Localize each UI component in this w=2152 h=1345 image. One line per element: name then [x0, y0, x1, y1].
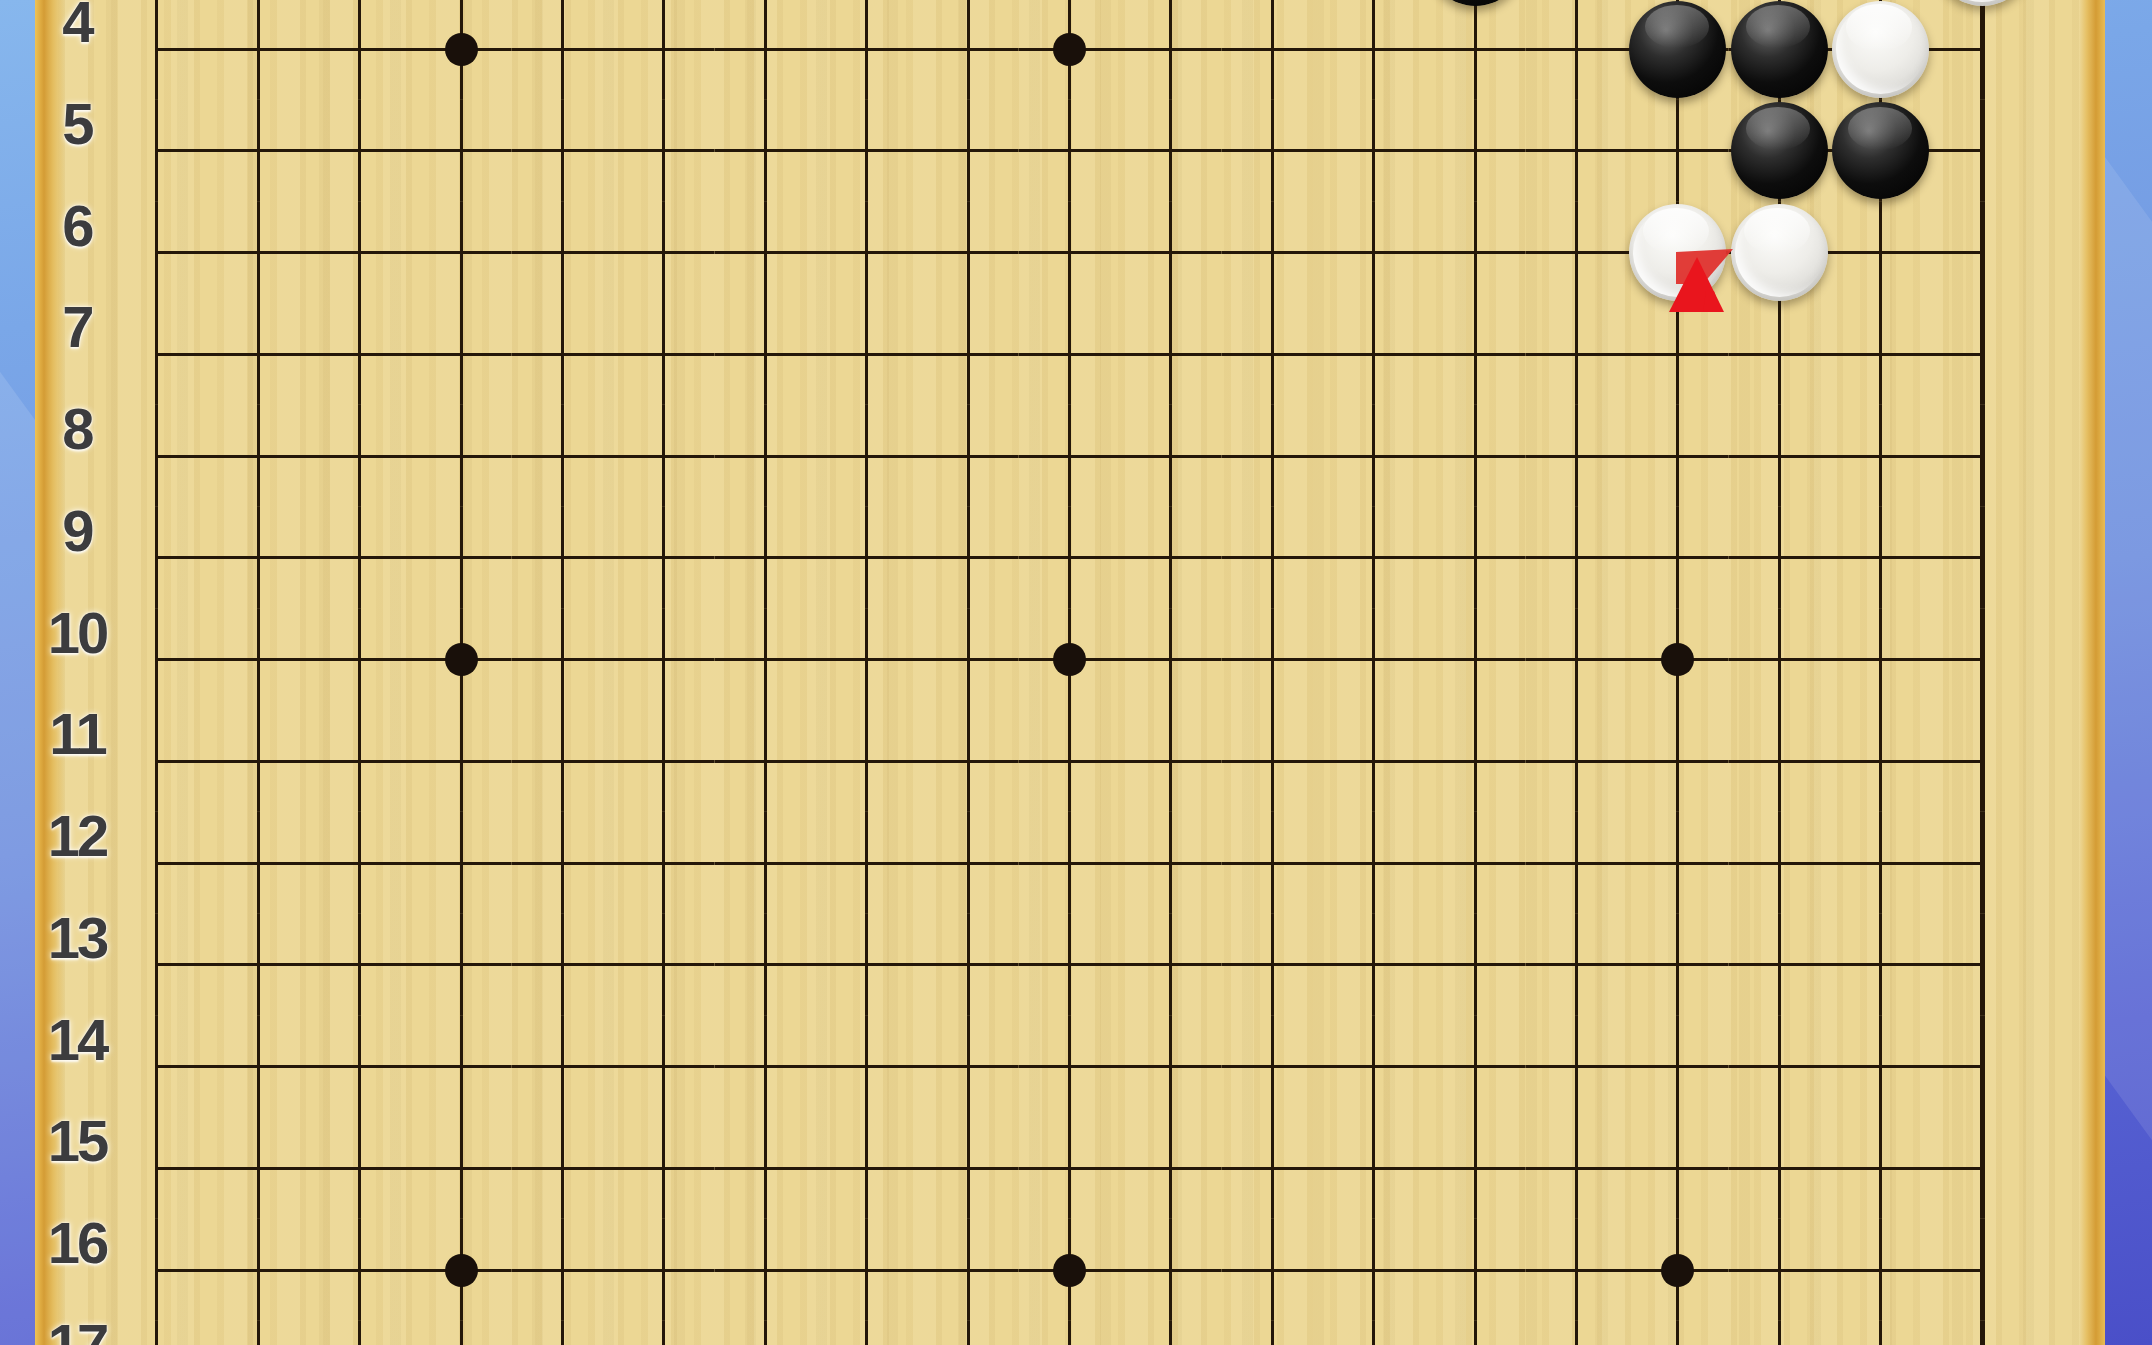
intersection-18-5[interactable]: ●: [1830, 100, 1931, 202]
intersection-14-17[interactable]: [1424, 1321, 1525, 1345]
intersection-2-16[interactable]: [208, 1219, 309, 1321]
intersection-4-8[interactable]: [410, 405, 511, 507]
intersection-16-8[interactable]: [1627, 405, 1728, 507]
intersection-6-5[interactable]: [613, 100, 714, 202]
intersection-13-17[interactable]: [1323, 1321, 1424, 1345]
intersection-2-14[interactable]: [208, 1016, 309, 1118]
intersection-17-9[interactable]: [1729, 507, 1830, 609]
intersection-10-8[interactable]: [1019, 405, 1120, 507]
intersection-12-15[interactable]: [1222, 1117, 1323, 1219]
intersection-3-5[interactable]: [309, 100, 410, 202]
intersection-18-13[interactable]: [1830, 914, 1931, 1016]
intersection-6-6[interactable]: [613, 202, 714, 304]
intersection-18-12[interactable]: [1830, 812, 1931, 914]
intersection-11-14[interactable]: [1120, 1016, 1221, 1118]
intersection-10-15[interactable]: [1019, 1117, 1120, 1219]
intersection-4-10[interactable]: [410, 609, 511, 711]
intersection-19-16[interactable]: [1931, 1219, 2032, 1321]
intersection-6-13[interactable]: [613, 914, 714, 1016]
intersection-8-4[interactable]: [816, 0, 917, 100]
intersection-19-17[interactable]: [1931, 1321, 2032, 1345]
intersection-6-8[interactable]: [613, 405, 714, 507]
intersection-15-7[interactable]: [1526, 303, 1627, 405]
intersection-8-16[interactable]: [816, 1219, 917, 1321]
intersection-9-5[interactable]: [917, 100, 1018, 202]
intersection-5-7[interactable]: [512, 303, 613, 405]
intersection-9-16[interactable]: [917, 1219, 1018, 1321]
intersection-14-16[interactable]: [1424, 1219, 1525, 1321]
intersection-10-9[interactable]: [1019, 507, 1120, 609]
intersection-12-17[interactable]: [1222, 1321, 1323, 1345]
intersection-6-10[interactable]: [613, 609, 714, 711]
row-label-10: 10: [40, 601, 114, 665]
intersection-14-10[interactable]: [1424, 609, 1525, 711]
intersection-7-10[interactable]: [715, 609, 816, 711]
intersection-3-16[interactable]: [309, 1219, 410, 1321]
intersection-9-12[interactable]: [917, 812, 1018, 914]
intersection-18-7[interactable]: [1830, 303, 1931, 405]
intersection-1-8[interactable]: [106, 405, 207, 507]
intersection-6-14[interactable]: [613, 1016, 714, 1118]
intersection-10-12[interactable]: [1019, 812, 1120, 914]
intersection-12-4[interactable]: [1222, 0, 1323, 100]
intersection-11-6[interactable]: [1120, 202, 1221, 304]
intersection-4-12[interactable]: [410, 812, 511, 914]
intersection-6-9[interactable]: [613, 507, 714, 609]
intersection-14-8[interactable]: [1424, 405, 1525, 507]
intersection-3-14[interactable]: [309, 1016, 410, 1118]
intersection-19-7[interactable]: [1931, 303, 2032, 405]
intersection-15-10[interactable]: [1526, 609, 1627, 711]
intersection-14-11[interactable]: [1424, 710, 1525, 812]
intersection-15-9[interactable]: [1526, 507, 1627, 609]
intersection-7-12[interactable]: [715, 812, 816, 914]
intersection-3-10[interactable]: [309, 609, 410, 711]
intersection-7-13[interactable]: [715, 914, 816, 1016]
intersection-6-4[interactable]: [613, 0, 714, 100]
intersection-1-12[interactable]: [106, 812, 207, 914]
intersection-16-16[interactable]: [1627, 1219, 1728, 1321]
intersection-9-15[interactable]: [917, 1117, 1018, 1219]
intersection-13-13[interactable]: [1323, 914, 1424, 1016]
intersection-14-5[interactable]: [1424, 100, 1525, 202]
intersection-17-17[interactable]: [1729, 1321, 1830, 1345]
intersection-18-4[interactable]: ○: [1830, 0, 1931, 100]
intersection-1-13[interactable]: [106, 914, 207, 1016]
intersection-14-9[interactable]: [1424, 507, 1525, 609]
intersection-16-14[interactable]: [1627, 1016, 1728, 1118]
intersection-6-15[interactable]: [613, 1117, 714, 1219]
intersection-13-14[interactable]: [1323, 1016, 1424, 1118]
intersection-3-8[interactable]: [309, 405, 410, 507]
intersection-2-7[interactable]: [208, 303, 309, 405]
intersection-1-16[interactable]: [106, 1219, 207, 1321]
intersection-9-9[interactable]: [917, 507, 1018, 609]
intersection-15-11[interactable]: [1526, 710, 1627, 812]
intersection-12-13[interactable]: [1222, 914, 1323, 1016]
row-label-9: 9: [40, 499, 114, 563]
intersection-10-4[interactable]: [1019, 0, 1120, 100]
intersection-4-6[interactable]: [410, 202, 511, 304]
row-label-4: 4: [40, 0, 114, 54]
intersection-15-17[interactable]: [1526, 1321, 1627, 1345]
intersection-19-12[interactable]: [1931, 812, 2032, 914]
row-label-12: 12: [40, 804, 114, 868]
intersection-15-12[interactable]: [1526, 812, 1627, 914]
intersection-17-16[interactable]: [1729, 1219, 1830, 1321]
intersection-5-12[interactable]: [512, 812, 613, 914]
intersection-9-6[interactable]: [917, 202, 1018, 304]
intersection-13-4[interactable]: [1323, 0, 1424, 100]
intersection-12-16[interactable]: [1222, 1219, 1323, 1321]
intersection-11-12[interactable]: [1120, 812, 1221, 914]
intersection-10-10[interactable]: [1019, 609, 1120, 711]
intersection-8-12[interactable]: [816, 812, 917, 914]
intersection-13-12[interactable]: [1323, 812, 1424, 914]
intersection-6-12[interactable]: [613, 812, 714, 914]
intersection-18-16[interactable]: [1830, 1219, 1931, 1321]
intersection-9-10[interactable]: [917, 609, 1018, 711]
intersection-13-16[interactable]: [1323, 1219, 1424, 1321]
intersection-2-12[interactable]: [208, 812, 309, 914]
intersection-11-11[interactable]: [1120, 710, 1221, 812]
intersection-4-11[interactable]: [410, 710, 511, 812]
intersection-9-17[interactable]: [917, 1321, 1018, 1345]
intersection-12-7[interactable]: [1222, 303, 1323, 405]
intersection-16-11[interactable]: [1627, 710, 1728, 812]
board-right-edge: [2079, 0, 2105, 1345]
intersection-3-11[interactable]: [309, 710, 410, 812]
intersection-1-7[interactable]: [106, 303, 207, 405]
intersection-13-7[interactable]: [1323, 303, 1424, 405]
intersection-14-12[interactable]: [1424, 812, 1525, 914]
intersection-11-16[interactable]: [1120, 1219, 1221, 1321]
row-label-7: 7: [40, 295, 114, 359]
row-label-13: 13: [40, 906, 114, 970]
intersection-1-4[interactable]: [106, 0, 207, 100]
intersection-6-16[interactable]: [613, 1219, 714, 1321]
intersection-16-4[interactable]: ●: [1627, 0, 1728, 100]
intersection-5-8[interactable]: [512, 405, 613, 507]
intersection-16-17[interactable]: [1627, 1321, 1728, 1345]
intersection-12-8[interactable]: [1222, 405, 1323, 507]
intersection-1-11[interactable]: [106, 710, 207, 812]
intersection-15-8[interactable]: [1526, 405, 1627, 507]
intersection-11-8[interactable]: [1120, 405, 1221, 507]
intersection-8-14[interactable]: [816, 1016, 917, 1118]
row-label-11: 11: [40, 702, 114, 766]
intersection-7-9[interactable]: [715, 507, 816, 609]
intersection-19-6[interactable]: [1931, 202, 2032, 304]
intersection-2-10[interactable]: [208, 609, 309, 711]
intersection-13-5[interactable]: [1323, 100, 1424, 202]
intersection-19-14[interactable]: [1931, 1016, 2032, 1118]
intersection-6-11[interactable]: [613, 710, 714, 812]
intersection-15-4[interactable]: [1526, 0, 1627, 100]
intersection-13-10[interactable]: [1323, 609, 1424, 711]
intersection-2-15[interactable]: [208, 1117, 309, 1219]
black-stone: ●: [1731, 102, 1828, 199]
intersection-11-15[interactable]: [1120, 1117, 1221, 1219]
white-stone: ○: [1832, 1, 1929, 98]
intersection-5-17[interactable]: [512, 1321, 613, 1345]
intersection-3-7[interactable]: [309, 303, 410, 405]
intersection-15-6[interactable]: [1526, 202, 1627, 304]
intersection-15-14[interactable]: [1526, 1016, 1627, 1118]
intersection-3-13[interactable]: [309, 914, 410, 1016]
intersection-5-11[interactable]: [512, 710, 613, 812]
intersection-14-15[interactable]: [1424, 1117, 1525, 1219]
intersection-1-14[interactable]: [106, 1016, 207, 1118]
intersection-10-14[interactable]: [1019, 1016, 1120, 1118]
intersection-2-8[interactable]: [208, 405, 309, 507]
intersection-7-15[interactable]: [715, 1117, 816, 1219]
intersection-8-7[interactable]: [816, 303, 917, 405]
intersection-18-11[interactable]: [1830, 710, 1931, 812]
intersection-12-5[interactable]: [1222, 100, 1323, 202]
intersection-10-17[interactable]: [1019, 1321, 1120, 1345]
intersection-12-12[interactable]: [1222, 812, 1323, 914]
intersection-2-17[interactable]: [208, 1321, 309, 1345]
intersection-8-10[interactable]: [816, 609, 917, 711]
intersection-2-4[interactable]: [208, 0, 309, 100]
row-label-17: 17: [40, 1313, 114, 1345]
black-stone: ●: [1832, 102, 1929, 199]
intersection-11-7[interactable]: [1120, 303, 1221, 405]
intersection-4-15[interactable]: [410, 1117, 511, 1219]
intersection-2-9[interactable]: [208, 507, 309, 609]
intersection-4-9[interactable]: [410, 507, 511, 609]
intersection-8-17[interactable]: [816, 1321, 917, 1345]
intersection-4-14[interactable]: [410, 1016, 511, 1118]
intersection-19-10[interactable]: [1931, 609, 2032, 711]
intersection-4-16[interactable]: [410, 1219, 511, 1321]
intersection-7-4[interactable]: [715, 0, 816, 100]
intersection-5-16[interactable]: [512, 1219, 613, 1321]
intersection-16-5[interactable]: [1627, 100, 1728, 202]
intersection-13-15[interactable]: [1323, 1117, 1424, 1219]
row-label-8: 8: [40, 397, 114, 461]
intersection-11-17[interactable]: [1120, 1321, 1221, 1345]
intersection-9-8[interactable]: [917, 405, 1018, 507]
intersection-15-13[interactable]: [1526, 914, 1627, 1016]
intersection-2-11[interactable]: [208, 710, 309, 812]
intersection-5-14[interactable]: [512, 1016, 613, 1118]
intersection-17-13[interactable]: [1729, 914, 1830, 1016]
intersection-15-5[interactable]: [1526, 100, 1627, 202]
intersection-17-11[interactable]: [1729, 710, 1830, 812]
intersection-9-4[interactable]: [917, 0, 1018, 100]
intersection-13-8[interactable]: [1323, 405, 1424, 507]
intersection-1-17[interactable]: [106, 1321, 207, 1345]
row-label-16: 16: [40, 1211, 114, 1275]
intersection-7-8[interactable]: [715, 405, 816, 507]
intersection-17-8[interactable]: [1729, 405, 1830, 507]
intersection-8-15[interactable]: [816, 1117, 917, 1219]
intersection-7-17[interactable]: [715, 1321, 816, 1345]
intersection-19-8[interactable]: [1931, 405, 2032, 507]
intersection-8-5[interactable]: [816, 100, 917, 202]
intersection-17-12[interactable]: [1729, 812, 1830, 914]
intersection-18-8[interactable]: [1830, 405, 1931, 507]
intersection-4-4[interactable]: [410, 0, 511, 100]
board-grid[interactable]: ●○●●○●●○○: [106, 0, 2032, 1345]
row-label-5: 5: [40, 92, 114, 156]
intersection-3-12[interactable]: [309, 812, 410, 914]
intersection-18-14[interactable]: [1830, 1016, 1931, 1118]
intersection-17-4[interactable]: ●: [1729, 0, 1830, 100]
intersection-11-13[interactable]: [1120, 914, 1221, 1016]
intersection-8-11[interactable]: [816, 710, 917, 812]
intersection-12-11[interactable]: [1222, 710, 1323, 812]
intersection-18-9[interactable]: [1830, 507, 1931, 609]
intersection-10-7[interactable]: [1019, 303, 1120, 405]
intersection-18-15[interactable]: [1830, 1117, 1931, 1219]
intersection-7-6[interactable]: [715, 202, 816, 304]
intersection-10-13[interactable]: [1019, 914, 1120, 1016]
intersection-5-6[interactable]: [512, 202, 613, 304]
intersection-11-10[interactable]: [1120, 609, 1221, 711]
intersection-13-9[interactable]: [1323, 507, 1424, 609]
intersection-15-16[interactable]: [1526, 1219, 1627, 1321]
intersection-11-4[interactable]: [1120, 0, 1221, 100]
intersection-10-6[interactable]: [1019, 202, 1120, 304]
intersection-6-7[interactable]: [613, 303, 714, 405]
intersection-10-11[interactable]: [1019, 710, 1120, 812]
intersection-9-11[interactable]: [917, 710, 1018, 812]
intersection-12-14[interactable]: [1222, 1016, 1323, 1118]
intersection-4-17[interactable]: [410, 1321, 511, 1345]
intersection-14-7[interactable]: [1424, 303, 1525, 405]
intersection-3-17[interactable]: [309, 1321, 410, 1345]
intersection-7-16[interactable]: [715, 1219, 816, 1321]
intersection-6-17[interactable]: [613, 1321, 714, 1345]
intersection-19-15[interactable]: [1931, 1117, 2032, 1219]
intersection-19-5[interactable]: [1931, 100, 2032, 202]
intersection-4-5[interactable]: [410, 100, 511, 202]
intersection-11-9[interactable]: [1120, 507, 1221, 609]
intersection-5-5[interactable]: [512, 100, 613, 202]
intersection-14-13[interactable]: [1424, 914, 1525, 1016]
black-stone: ●: [1731, 1, 1828, 98]
intersection-7-14[interactable]: [715, 1016, 816, 1118]
intersection-4-7[interactable]: [410, 303, 511, 405]
intersection-16-15[interactable]: [1627, 1117, 1728, 1219]
intersection-2-5[interactable]: [208, 100, 309, 202]
intersection-19-9[interactable]: [1931, 507, 2032, 609]
intersection-3-9[interactable]: [309, 507, 410, 609]
intersection-19-4[interactable]: [1931, 0, 2032, 100]
intersection-2-13[interactable]: [208, 914, 309, 1016]
intersection-9-14[interactable]: [917, 1016, 1018, 1118]
intersection-16-10[interactable]: [1627, 609, 1728, 711]
intersection-1-6[interactable]: [106, 202, 207, 304]
intersection-1-5[interactable]: [106, 100, 207, 202]
intersection-1-15[interactable]: [106, 1117, 207, 1219]
intersection-17-10[interactable]: [1729, 609, 1830, 711]
intersection-16-13[interactable]: [1627, 914, 1728, 1016]
intersection-19-13[interactable]: [1931, 914, 2032, 1016]
intersection-13-11[interactable]: [1323, 710, 1424, 812]
intersection-7-11[interactable]: [715, 710, 816, 812]
intersection-10-16[interactable]: [1019, 1219, 1120, 1321]
intersection-5-10[interactable]: [512, 609, 613, 711]
row-label-14: 14: [40, 1008, 114, 1072]
intersection-1-9[interactable]: [106, 507, 207, 609]
intersection-4-13[interactable]: [410, 914, 511, 1016]
intersection-16-12[interactable]: [1627, 812, 1728, 914]
last-move-marker: [1660, 240, 1750, 330]
intersection-11-5[interactable]: [1120, 100, 1221, 202]
intersection-1-10[interactable]: [106, 609, 207, 711]
intersection-8-8[interactable]: [816, 405, 917, 507]
intersection-12-10[interactable]: [1222, 609, 1323, 711]
intersection-3-15[interactable]: [309, 1117, 410, 1219]
intersection-5-4[interactable]: [512, 0, 613, 100]
intersection-17-14[interactable]: [1729, 1016, 1830, 1118]
intersection-12-6[interactable]: [1222, 202, 1323, 304]
intersection-17-5[interactable]: ●: [1729, 100, 1830, 202]
intersection-18-6[interactable]: [1830, 202, 1931, 304]
intersection-8-9[interactable]: [816, 507, 917, 609]
intersection-15-15[interactable]: [1526, 1117, 1627, 1219]
intersection-8-6[interactable]: [816, 202, 917, 304]
intersection-12-9[interactable]: [1222, 507, 1323, 609]
row-label-15: 15: [40, 1109, 114, 1173]
intersection-5-9[interactable]: [512, 507, 613, 609]
intersection-8-13[interactable]: [816, 914, 917, 1016]
intersection-16-9[interactable]: [1627, 507, 1728, 609]
row-label-6: 6: [40, 194, 114, 258]
intersection-3-6[interactable]: [309, 202, 410, 304]
intersection-18-17[interactable]: [1830, 1321, 1931, 1345]
intersection-9-13[interactable]: [917, 914, 1018, 1016]
intersection-9-7[interactable]: [917, 303, 1018, 405]
intersection-14-6[interactable]: [1424, 202, 1525, 304]
intersection-18-10[interactable]: [1830, 609, 1931, 711]
intersection-3-4[interactable]: [309, 0, 410, 100]
intersection-14-14[interactable]: [1424, 1016, 1525, 1118]
intersection-10-5[interactable]: [1019, 100, 1120, 202]
intersection-7-5[interactable]: [715, 100, 816, 202]
intersection-19-11[interactable]: [1931, 710, 2032, 812]
intersection-17-15[interactable]: [1729, 1117, 1830, 1219]
intersection-5-15[interactable]: [512, 1117, 613, 1219]
intersection-7-7[interactable]: [715, 303, 816, 405]
intersection-5-13[interactable]: [512, 914, 613, 1016]
intersection-2-6[interactable]: [208, 202, 309, 304]
intersection-13-6[interactable]: [1323, 202, 1424, 304]
black-stone: ●: [1629, 1, 1726, 98]
intersection-14-4[interactable]: [1424, 0, 1525, 100]
